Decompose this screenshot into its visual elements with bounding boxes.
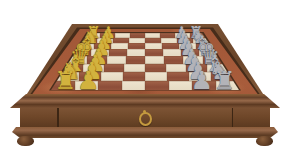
- chess-set-photo: ♜♟♟♜♞♟♟♞♝♟♟♝♚♟♟♚♛♟♟♛♝♟♟♝♞♟♟♞♜♟♟♜: [0, 0, 290, 152]
- piece-white-pawn[interactable]: ♟: [77, 68, 100, 93]
- piece-black-pawn[interactable]: ♟: [191, 68, 214, 93]
- piece-white-rook[interactable]: ♜: [54, 68, 77, 93]
- piece-black-rook[interactable]: ♜: [213, 68, 236, 93]
- pieces-layer: ♜♟♟♜♞♟♟♞♝♟♟♝♚♟♟♚♛♟♟♛♝♟♟♝♞♟♟♞♜♟♟♜: [0, 0, 290, 152]
